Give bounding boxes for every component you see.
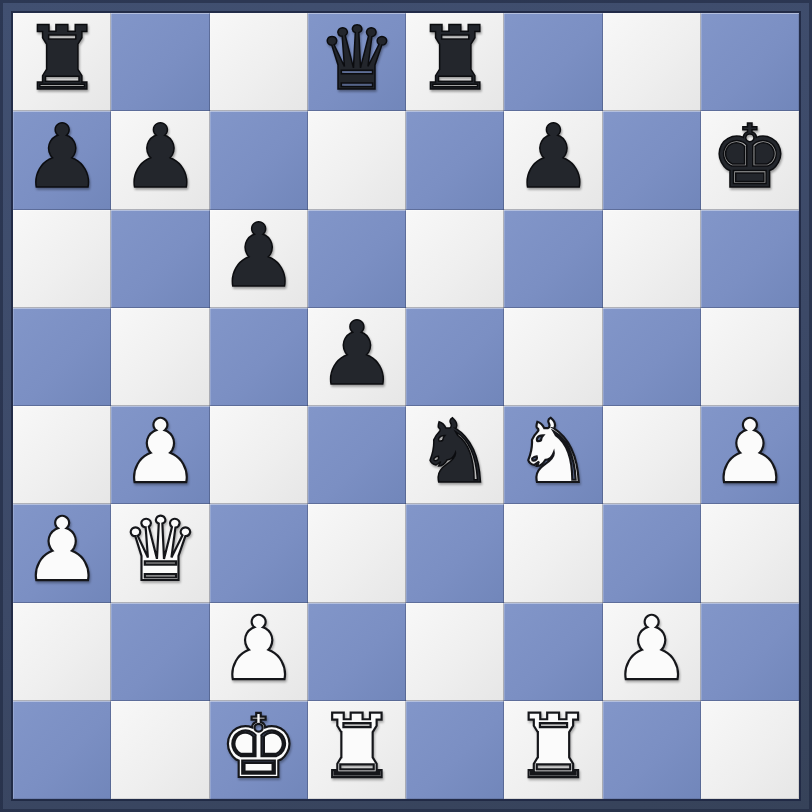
square-c2[interactable]: ♟ <box>210 603 308 701</box>
square-d5[interactable]: ♟ <box>308 308 406 406</box>
chess-board: ♜♛♜♟♟♟♚♟♟♟♞♞♟♟♛♟♟♚♜♜ <box>13 13 799 799</box>
square-e2[interactable] <box>406 603 504 701</box>
square-g2[interactable]: ♟ <box>603 603 701 701</box>
square-d2[interactable] <box>308 603 406 701</box>
square-f1[interactable]: ♜ <box>504 701 602 799</box>
square-g7[interactable] <box>603 111 701 209</box>
square-d8[interactable]: ♛ <box>308 13 406 111</box>
square-a1[interactable] <box>13 701 111 799</box>
piece-white-pawn[interactable]: ♟ <box>219 600 298 698</box>
square-e4[interactable]: ♞ <box>406 406 504 504</box>
square-c8[interactable] <box>210 13 308 111</box>
square-c1[interactable]: ♚ <box>210 701 308 799</box>
square-e3[interactable] <box>406 504 504 602</box>
square-c6[interactable]: ♟ <box>210 210 308 308</box>
square-a8[interactable]: ♜ <box>13 13 111 111</box>
square-h2[interactable] <box>701 603 799 701</box>
square-f5[interactable] <box>504 308 602 406</box>
square-e8[interactable]: ♜ <box>406 13 504 111</box>
square-d1[interactable]: ♜ <box>308 701 406 799</box>
square-e1[interactable] <box>406 701 504 799</box>
piece-white-pawn[interactable]: ♟ <box>23 501 102 599</box>
square-f3[interactable] <box>504 504 602 602</box>
square-f8[interactable] <box>504 13 602 111</box>
piece-black-king[interactable]: ♚ <box>710 108 789 206</box>
square-d3[interactable] <box>308 504 406 602</box>
square-a6[interactable] <box>13 210 111 308</box>
piece-black-pawn[interactable]: ♟ <box>121 108 200 206</box>
piece-black-pawn[interactable]: ♟ <box>219 207 298 305</box>
piece-white-rook[interactable]: ♜ <box>317 698 396 796</box>
square-a5[interactable] <box>13 308 111 406</box>
square-b6[interactable] <box>111 210 209 308</box>
square-h7[interactable]: ♚ <box>701 111 799 209</box>
square-c4[interactable] <box>210 406 308 504</box>
square-g8[interactable] <box>603 13 701 111</box>
square-g3[interactable] <box>603 504 701 602</box>
square-b5[interactable] <box>111 308 209 406</box>
square-f2[interactable] <box>504 603 602 701</box>
square-g1[interactable] <box>603 701 701 799</box>
piece-black-pawn[interactable]: ♟ <box>514 108 593 206</box>
piece-black-knight[interactable]: ♞ <box>416 403 495 501</box>
square-h5[interactable] <box>701 308 799 406</box>
piece-white-king[interactable]: ♚ <box>219 698 298 796</box>
square-b4[interactable]: ♟ <box>111 406 209 504</box>
square-g4[interactable] <box>603 406 701 504</box>
piece-white-pawn[interactable]: ♟ <box>710 403 789 501</box>
square-f7[interactable]: ♟ <box>504 111 602 209</box>
square-b7[interactable]: ♟ <box>111 111 209 209</box>
piece-black-rook[interactable]: ♜ <box>23 10 102 108</box>
piece-white-pawn[interactable]: ♟ <box>612 600 691 698</box>
piece-black-pawn[interactable]: ♟ <box>23 108 102 206</box>
square-c7[interactable] <box>210 111 308 209</box>
square-a2[interactable] <box>13 603 111 701</box>
square-a3[interactable]: ♟ <box>13 504 111 602</box>
square-b8[interactable] <box>111 13 209 111</box>
square-a7[interactable]: ♟ <box>13 111 111 209</box>
square-g5[interactable] <box>603 308 701 406</box>
square-c5[interactable] <box>210 308 308 406</box>
piece-white-pawn[interactable]: ♟ <box>121 403 200 501</box>
square-h3[interactable] <box>701 504 799 602</box>
piece-white-queen[interactable]: ♛ <box>121 501 200 599</box>
square-d7[interactable] <box>308 111 406 209</box>
square-a4[interactable] <box>13 406 111 504</box>
piece-black-pawn[interactable]: ♟ <box>317 305 396 403</box>
square-b1[interactable] <box>111 701 209 799</box>
square-b2[interactable] <box>111 603 209 701</box>
square-f4[interactable]: ♞ <box>504 406 602 504</box>
square-h6[interactable] <box>701 210 799 308</box>
piece-white-rook[interactable]: ♜ <box>514 698 593 796</box>
square-e6[interactable] <box>406 210 504 308</box>
square-h4[interactable]: ♟ <box>701 406 799 504</box>
square-f6[interactable] <box>504 210 602 308</box>
square-h8[interactable] <box>701 13 799 111</box>
square-d6[interactable] <box>308 210 406 308</box>
square-e5[interactable] <box>406 308 504 406</box>
piece-black-rook[interactable]: ♜ <box>416 10 495 108</box>
square-g6[interactable] <box>603 210 701 308</box>
piece-black-queen[interactable]: ♛ <box>317 10 396 108</box>
square-e7[interactable] <box>406 111 504 209</box>
square-h1[interactable] <box>701 701 799 799</box>
piece-white-knight[interactable]: ♞ <box>514 403 593 501</box>
square-b3[interactable]: ♛ <box>111 504 209 602</box>
chess-board-frame: ♜♛♜♟♟♟♚♟♟♟♞♞♟♟♛♟♟♚♜♜ <box>0 0 812 812</box>
square-c3[interactable] <box>210 504 308 602</box>
square-d4[interactable] <box>308 406 406 504</box>
